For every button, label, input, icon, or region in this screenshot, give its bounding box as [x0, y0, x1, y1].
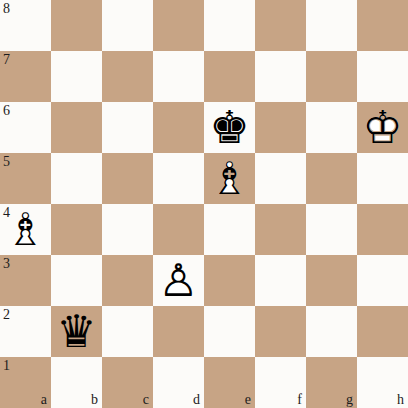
square-h3[interactable] — [357, 255, 408, 306]
square-e2[interactable] — [204, 306, 255, 357]
square-b3[interactable] — [51, 255, 102, 306]
square-g6[interactable] — [306, 102, 357, 153]
square-e4[interactable] — [204, 204, 255, 255]
rank-label-1: 1 — [3, 358, 10, 373]
square-a4[interactable]: 4♝♗ — [0, 204, 51, 255]
square-h5[interactable] — [357, 153, 408, 204]
square-f7[interactable] — [255, 51, 306, 102]
piece-white-king-h6[interactable]: ♚♔ — [357, 102, 408, 153]
black-queen-icon: ♛ — [51, 306, 102, 357]
square-b2[interactable]: ♛ — [51, 306, 102, 357]
square-b7[interactable] — [51, 51, 102, 102]
rank-label-7: 7 — [3, 52, 10, 67]
square-f4[interactable] — [255, 204, 306, 255]
chess-board-wrap: 876♚♚♔5♝♗4♝♗3♟♙2♛1abcdefgh — [0, 0, 408, 408]
square-e8[interactable] — [204, 0, 255, 51]
square-g4[interactable] — [306, 204, 357, 255]
square-c1[interactable]: c — [102, 357, 153, 408]
square-h1[interactable]: h — [357, 357, 408, 408]
square-e5[interactable]: ♝♗ — [204, 153, 255, 204]
square-d8[interactable] — [153, 0, 204, 51]
piece-black-king-e6[interactable]: ♚ — [204, 102, 255, 153]
square-d4[interactable] — [153, 204, 204, 255]
chess-board: 876♚♚♔5♝♗4♝♗3♟♙2♛1abcdefgh — [0, 0, 408, 408]
square-e7[interactable] — [204, 51, 255, 102]
square-a7[interactable]: 7 — [0, 51, 51, 102]
square-d2[interactable] — [153, 306, 204, 357]
file-label-e: e — [245, 392, 251, 407]
square-f3[interactable] — [255, 255, 306, 306]
square-d7[interactable] — [153, 51, 204, 102]
square-c4[interactable] — [102, 204, 153, 255]
square-d3[interactable]: ♟♙ — [153, 255, 204, 306]
square-c6[interactable] — [102, 102, 153, 153]
square-a1[interactable]: 1a — [0, 357, 51, 408]
piece-black-queen-b2[interactable]: ♛ — [51, 306, 102, 357]
rank-label-5: 5 — [3, 154, 10, 169]
square-h6[interactable]: ♚♔ — [357, 102, 408, 153]
square-f6[interactable] — [255, 102, 306, 153]
square-d6[interactable] — [153, 102, 204, 153]
file-label-a: a — [41, 392, 47, 407]
file-label-h: h — [397, 392, 404, 407]
square-g7[interactable] — [306, 51, 357, 102]
square-c8[interactable] — [102, 0, 153, 51]
square-c3[interactable] — [102, 255, 153, 306]
square-f5[interactable] — [255, 153, 306, 204]
square-h4[interactable] — [357, 204, 408, 255]
square-f8[interactable] — [255, 0, 306, 51]
file-label-b: b — [91, 392, 98, 407]
square-b8[interactable] — [51, 0, 102, 51]
square-e3[interactable] — [204, 255, 255, 306]
square-b6[interactable] — [51, 102, 102, 153]
piece-white-pawn-d3[interactable]: ♟♙ — [153, 255, 204, 306]
square-b4[interactable] — [51, 204, 102, 255]
square-h7[interactable] — [357, 51, 408, 102]
square-e1[interactable]: e — [204, 357, 255, 408]
square-b5[interactable] — [51, 153, 102, 204]
white-bishop-icon: ♗ — [204, 153, 255, 204]
square-c7[interactable] — [102, 51, 153, 102]
square-a5[interactable]: 5 — [0, 153, 51, 204]
square-e6[interactable]: ♚ — [204, 102, 255, 153]
square-a8[interactable]: 8 — [0, 0, 51, 51]
square-f1[interactable]: f — [255, 357, 306, 408]
square-a3[interactable]: 3 — [0, 255, 51, 306]
rank-label-2: 2 — [3, 307, 10, 322]
file-label-f: f — [297, 392, 302, 407]
square-g8[interactable] — [306, 0, 357, 51]
black-king-icon: ♚ — [204, 102, 255, 153]
white-bishop-icon: ♗ — [0, 204, 51, 255]
square-c2[interactable] — [102, 306, 153, 357]
square-d1[interactable]: d — [153, 357, 204, 408]
square-h2[interactable] — [357, 306, 408, 357]
square-c5[interactable] — [102, 153, 153, 204]
file-label-g: g — [346, 392, 353, 407]
square-b1[interactable]: b — [51, 357, 102, 408]
file-label-d: d — [193, 392, 200, 407]
square-g5[interactable] — [306, 153, 357, 204]
piece-white-bishop-e5[interactable]: ♝♗ — [204, 153, 255, 204]
file-label-c: c — [143, 392, 149, 407]
square-h8[interactable] — [357, 0, 408, 51]
rank-label-8: 8 — [3, 1, 10, 16]
square-f2[interactable] — [255, 306, 306, 357]
square-a6[interactable]: 6 — [0, 102, 51, 153]
piece-white-bishop-a4[interactable]: ♝♗ — [0, 204, 51, 255]
square-g2[interactable] — [306, 306, 357, 357]
square-d5[interactable] — [153, 153, 204, 204]
rank-label-6: 6 — [3, 103, 10, 118]
square-g3[interactable] — [306, 255, 357, 306]
square-a2[interactable]: 2 — [0, 306, 51, 357]
white-king-icon: ♔ — [357, 102, 408, 153]
white-pawn-icon: ♙ — [153, 255, 204, 306]
rank-label-3: 3 — [3, 256, 10, 271]
square-g1[interactable]: g — [306, 357, 357, 408]
